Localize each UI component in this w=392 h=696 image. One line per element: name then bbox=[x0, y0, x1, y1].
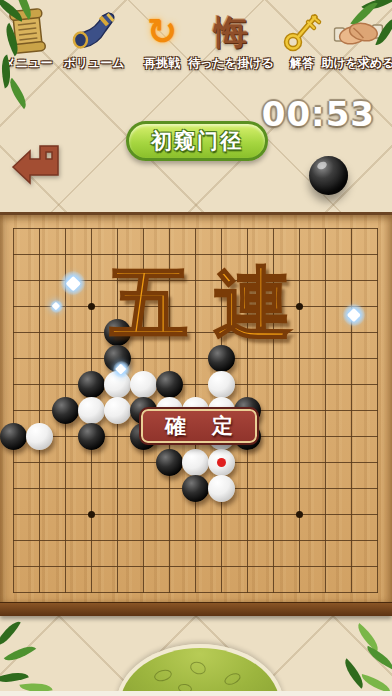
white-stone bbox=[208, 475, 235, 502]
confirm-button-label: 確 定 bbox=[165, 412, 243, 440]
turn-indicator-black-stone bbox=[309, 156, 348, 195]
toolbar-item-undo[interactable]: 悔 待ったを掛ける bbox=[188, 6, 273, 72]
top-toolbar: メニュー ボリューム ↻ 再挑戦 悔 待ったを掛ける bbox=[0, 0, 392, 80]
key-icon bbox=[281, 6, 323, 54]
regret-kanji-icon: 悔 bbox=[188, 6, 273, 54]
toolbar-label-menu: メニュー bbox=[4, 55, 53, 72]
black-stone bbox=[182, 475, 209, 502]
white-stone bbox=[130, 371, 157, 398]
toolbar-item-answer[interactable]: 解答 bbox=[281, 6, 323, 72]
last-move-marker bbox=[217, 458, 226, 467]
black-stone bbox=[104, 345, 131, 372]
white-stone bbox=[182, 449, 209, 476]
toolbar-label-help: 助けを求める bbox=[321, 55, 392, 72]
toolbar-item-retry[interactable]: ↻ 再挑戦 bbox=[144, 6, 180, 72]
black-stone bbox=[156, 449, 183, 476]
toolbar-item-volume[interactable]: ボリューム bbox=[63, 6, 124, 72]
timer: 00:53 bbox=[262, 94, 375, 134]
toolbar-label-retry: 再挑戦 bbox=[144, 55, 180, 72]
back-arrow-icon bbox=[10, 138, 62, 190]
black-stone bbox=[104, 319, 131, 346]
white-stone bbox=[26, 423, 53, 450]
toolbar-label-volume: ボリューム bbox=[63, 55, 124, 72]
white-stone bbox=[104, 371, 131, 398]
grass-mound bbox=[116, 644, 284, 696]
white-stone bbox=[78, 397, 105, 424]
toolbar-label-answer: 解答 bbox=[281, 55, 323, 72]
black-stone bbox=[78, 423, 105, 450]
level-banner: 初窥门径 bbox=[126, 121, 268, 161]
retry-swirl-icon: ↻ bbox=[144, 6, 180, 54]
white-stone bbox=[208, 449, 235, 476]
black-stone bbox=[78, 371, 105, 398]
white-stone bbox=[104, 397, 131, 424]
confirm-button[interactable]: 確 定 bbox=[139, 407, 259, 445]
black-stone bbox=[156, 371, 183, 398]
back-button[interactable] bbox=[10, 138, 62, 190]
level-banner-label: 初窥门径 bbox=[151, 127, 243, 155]
game-screen: 五 連 確 定 メニュー bbox=[0, 0, 392, 696]
horn-icon bbox=[63, 6, 124, 54]
bottom-strip bbox=[0, 691, 392, 696]
black-stone bbox=[52, 397, 79, 424]
black-stone bbox=[0, 423, 27, 450]
white-stone bbox=[208, 371, 235, 398]
black-stone bbox=[208, 345, 235, 372]
toolbar-label-undo: 待ったを掛ける bbox=[188, 55, 273, 72]
